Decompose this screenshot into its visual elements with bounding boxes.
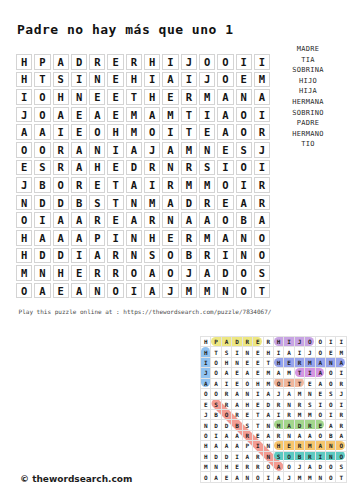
solution-cell: I (295, 347, 305, 357)
grid-cell: O (53, 177, 69, 193)
solution-cell: A (316, 441, 326, 451)
grid-cell: A (53, 230, 69, 246)
solution-cell: D (222, 452, 232, 462)
grid-cell: M (144, 195, 160, 211)
grid-cell: I (126, 283, 142, 299)
solution-cell: R (284, 410, 294, 420)
grid-cell: S (34, 160, 50, 176)
solution-cell: H (253, 379, 263, 389)
grid-cell: A (217, 107, 233, 123)
grid-cell: S (53, 72, 69, 88)
grid-cell: M (16, 265, 32, 281)
grid-cell: D (53, 195, 69, 211)
solution-cell: R (222, 400, 232, 410)
solution-cell: R (232, 410, 242, 420)
solution-cell: A (222, 431, 232, 441)
solution-cell: E (232, 368, 242, 378)
solution-cell: M (305, 441, 315, 451)
grid-cell: H (53, 89, 69, 105)
solution-cell: I (326, 410, 336, 420)
solution-cell: N (264, 441, 274, 451)
grid-cell: J (144, 142, 160, 158)
grid-cell: A (126, 142, 142, 158)
solution-cell: A (316, 358, 326, 368)
solution-cell: N (305, 389, 315, 399)
grid-cell: H (126, 72, 142, 88)
solution-cell: O (326, 462, 336, 472)
solution-cell: H (201, 347, 211, 357)
solution-cell: D (232, 337, 242, 347)
grid-cell: E (71, 265, 87, 281)
grid-cell: R (144, 160, 160, 176)
grid-cell: R (71, 177, 87, 193)
grid-cell: I (107, 230, 123, 246)
grid-cell: E (53, 283, 69, 299)
solution-cell: N (201, 420, 211, 430)
grid-cell: R (89, 54, 105, 70)
solution-cell: O (211, 389, 221, 399)
grid-cell: J (199, 72, 215, 88)
solution-cell: A (232, 441, 242, 451)
grid-cell: J (181, 54, 197, 70)
grid-cell: E (89, 177, 105, 193)
solution-cell: E (243, 358, 253, 368)
grid-cell: J (162, 283, 178, 299)
solution-cell: E (201, 400, 211, 410)
solution-cell: B (211, 410, 221, 420)
solution-cell: A (274, 368, 284, 378)
solution-cell: I (274, 347, 284, 357)
grid-cell: E (162, 89, 178, 105)
solution-cell: M (295, 410, 305, 420)
solution-cell: J (295, 337, 305, 347)
solution-cell: M (264, 379, 274, 389)
solution-cell: J (336, 389, 346, 399)
grid-cell: A (181, 212, 197, 228)
solution-cell: E (284, 358, 294, 368)
grid-cell: B (71, 195, 87, 211)
grid-cell: I (144, 177, 160, 193)
grid-cell: O (34, 89, 50, 105)
grid-cell: E (107, 212, 123, 228)
grid-cell: O (162, 265, 178, 281)
solution-cell: S (243, 420, 253, 430)
grid-cell: N (217, 283, 233, 299)
solution-cell: I (316, 452, 326, 462)
solution-cell: I (284, 379, 294, 389)
grid-cell: A (162, 72, 178, 88)
solution-cell: T (253, 420, 263, 430)
grid-cell: P (34, 54, 50, 70)
solution-cell: J (295, 462, 305, 472)
solution-cell: M (201, 462, 211, 472)
grid-cell: N (236, 248, 252, 264)
grid-cell: O (236, 160, 252, 176)
grid-cell: A (89, 248, 105, 264)
solution-grid: HPADRERHIJOOIIHTSINEHIAIJOEMIOHNEETHERMA… (200, 336, 347, 483)
solution-cell: E (253, 431, 263, 441)
grid-cell: N (71, 89, 87, 105)
word-list: MADRETIASOBRINAHIJOHIJAHERMANASOBRINOPAD… (268, 44, 348, 150)
grid-cell: H (89, 160, 105, 176)
solution-letter-grid: HPADRERHIJOOIIHTSINEHIAIJOEMIOHNEETHERMA… (200, 336, 347, 483)
grid-cell: E (107, 72, 123, 88)
grid-cell: S (199, 160, 215, 176)
word-list-item: HERMANA (268, 97, 348, 108)
solution-cell: A (264, 389, 274, 399)
grid-cell: M (181, 283, 197, 299)
solution-cell: A (243, 452, 253, 462)
grid-cell: I (71, 72, 87, 88)
grid-cell: I (236, 177, 252, 193)
grid-cell: O (144, 124, 160, 140)
grid-cell: B (236, 212, 252, 228)
solution-cell: M (305, 358, 315, 368)
grid-cell: J (16, 177, 32, 193)
grid-cell: A (254, 212, 270, 228)
grid-cell: A (71, 160, 87, 176)
solution-cell: A (316, 379, 326, 389)
solution-cell: A (222, 337, 232, 347)
grid-cell: E (107, 160, 123, 176)
solution-cell: T (253, 410, 263, 420)
solution-cell: T (295, 368, 305, 378)
grid-cell: A (144, 283, 160, 299)
word-list-item: MADRE (268, 44, 348, 55)
solution-cell: R (253, 462, 263, 472)
grid-cell: R (53, 160, 69, 176)
grid-cell: B (34, 177, 50, 193)
solution-cell: B (232, 420, 242, 430)
grid-cell: M (199, 230, 215, 246)
solution-cell: M (264, 368, 274, 378)
solution-cell: P (243, 441, 253, 451)
grid-cell: R (254, 177, 270, 193)
solution-cell: I (316, 400, 326, 410)
solution-cell: R (295, 441, 305, 451)
solution-cell: H (222, 462, 232, 472)
solution-cell: S (305, 400, 315, 410)
grid-cell: O (236, 124, 252, 140)
solution-cell: A (284, 389, 294, 399)
grid-cell: N (89, 72, 105, 88)
grid-cell: H (16, 230, 32, 246)
solution-cell: R (274, 431, 284, 441)
grid-cell: M (181, 177, 197, 193)
solution-cell: A (326, 420, 336, 430)
solution-cell: E (253, 347, 263, 357)
solution-cell: D (222, 420, 232, 430)
grid-cell: R (181, 160, 197, 176)
solution-cell: N (326, 358, 336, 368)
solution-cell: T (295, 379, 305, 389)
grid-cell: O (254, 230, 270, 246)
solution-cell: H (201, 452, 211, 462)
grid-cell: T (181, 124, 197, 140)
grid-cell: D (181, 195, 197, 211)
grid-cell: N (89, 142, 105, 158)
grid-cell: D (34, 195, 50, 211)
solution-cell: E (222, 472, 232, 482)
grid-cell: A (217, 230, 233, 246)
solution-cell: A (211, 472, 221, 482)
grid-cell: R (89, 265, 105, 281)
grid-cell: N (89, 283, 105, 299)
grid-cell: S (89, 195, 105, 211)
grid-cell: N (34, 265, 50, 281)
solution-cell: N (243, 389, 253, 399)
solution-cell: A (284, 347, 294, 357)
solution-cell: H (201, 441, 211, 451)
grid-cell: A (144, 107, 160, 123)
solution-cell: A (305, 462, 315, 472)
solution-cell: H (274, 441, 284, 451)
grid-cell: A (71, 230, 87, 246)
grid-cell: O (236, 265, 252, 281)
solution-cell: J (274, 389, 284, 399)
solution-cell: D (316, 462, 326, 472)
solution-cell: O (305, 337, 315, 347)
grid-cell: A (53, 54, 69, 70)
solution-cell: R (264, 337, 274, 347)
solution-cell: M (295, 472, 305, 482)
solution-cell: O (336, 452, 346, 462)
grid-cell: A (71, 283, 87, 299)
solution-cell: T (336, 472, 346, 482)
word-list-item: SOBRINO (268, 108, 348, 119)
grid-cell: O (34, 142, 50, 158)
solution-cell: N (326, 441, 336, 451)
grid-cell: H (16, 72, 32, 88)
grid-cell: I (162, 124, 178, 140)
solution-cell: A (336, 358, 346, 368)
solution-cell: N (264, 452, 274, 462)
solution-cell: O (201, 389, 211, 399)
grid-cell: J (16, 107, 32, 123)
grid-cell: E (236, 72, 252, 88)
solution-cell: I (336, 337, 346, 347)
solution-cell: O (316, 347, 326, 357)
grid-cell: D (71, 54, 87, 70)
solution-cell: E (253, 337, 263, 347)
word-list-item: PADRE (268, 118, 348, 129)
solution-cell: O (243, 379, 253, 389)
solution-cell: H (264, 347, 274, 357)
grid-cell: I (144, 72, 160, 88)
grid-cell: I (254, 160, 270, 176)
solution-cell: D (264, 400, 274, 410)
grid-cell: P (89, 230, 105, 246)
solution-cell: S (211, 400, 221, 410)
solution-cell: I (201, 358, 211, 368)
grid-cell: O (236, 107, 252, 123)
grid-cell: A (144, 265, 160, 281)
grid-cell: M (126, 124, 142, 140)
solution-cell: I (232, 347, 242, 357)
solution-cell: D (211, 420, 221, 430)
solution-cell: R (243, 431, 253, 441)
word-list-item: TIA (268, 55, 348, 66)
grid-cell: N (162, 160, 178, 176)
solution-cell: O (284, 462, 294, 472)
solution-cell: A (305, 431, 315, 441)
solution-cell: O (336, 441, 346, 451)
solution-cell: R (305, 420, 315, 430)
grid-cell: R (199, 195, 215, 211)
solution-cell: I (305, 368, 315, 378)
grid-cell: A (34, 283, 50, 299)
solution-cell: H (222, 358, 232, 368)
solution-cell: I (232, 452, 242, 462)
word-list-item: HERMANO (268, 129, 348, 140)
grid-cell: O (89, 124, 105, 140)
solution-cell: O (326, 368, 336, 378)
grid-cell: R (254, 195, 270, 211)
solution-cell: O (326, 472, 336, 482)
grid-cell: I (34, 212, 50, 228)
grid-cell: T (107, 195, 123, 211)
grid-cell: I (217, 248, 233, 264)
grid-cell: H (16, 248, 32, 264)
grid-cell: N (199, 142, 215, 158)
grid-cell: R (107, 265, 123, 281)
grid-cell: D (126, 160, 142, 176)
grid-cell: A (217, 124, 233, 140)
solution-cell: E (253, 358, 263, 368)
grid-cell: O (254, 248, 270, 264)
solution-cell: M (274, 420, 284, 430)
word-list-item: HIJA (268, 86, 348, 97)
solution-cell: A (243, 368, 253, 378)
solution-cell: N (232, 358, 242, 368)
grid-cell: H (53, 265, 69, 281)
grid-cell: I (181, 72, 197, 88)
grid-cell: T (34, 72, 50, 88)
grid-cell: O (217, 177, 233, 193)
solution-cell: N (326, 452, 336, 462)
solution-cell: J (305, 347, 315, 357)
grid-cell: R (162, 177, 178, 193)
solution-cell: N (284, 400, 294, 410)
grid-cell: H (144, 54, 160, 70)
grid-cell: M (199, 89, 215, 105)
solution-cell: S (274, 452, 284, 462)
grid-cell: A (16, 124, 32, 140)
solution-cell: E (232, 462, 242, 472)
solution-cell: O (201, 472, 211, 482)
solution-cell: H (243, 400, 253, 410)
grid-cell: E (107, 107, 123, 123)
solution-cell: S (222, 347, 232, 357)
grid-cell: M (126, 107, 142, 123)
grid-cell: H (16, 54, 32, 70)
grid-cell: O (34, 107, 50, 123)
solution-cell: R (243, 462, 253, 472)
solution-cell: H (274, 337, 284, 347)
page-title: Padre no hay más que uno 1 (17, 22, 234, 37)
grid-cell: A (89, 107, 105, 123)
grid-cell: O (199, 54, 215, 70)
solution-cell: A (264, 410, 274, 420)
grid-cell: D (53, 248, 69, 264)
word-list-item: HIJO (268, 76, 348, 87)
solution-cell: O (284, 452, 294, 462)
solution-cell: A (232, 400, 242, 410)
grid-cell: D (34, 248, 50, 264)
grid-cell: T (126, 89, 142, 105)
word-list-item: TIO (268, 139, 348, 150)
grid-cell: S (236, 142, 252, 158)
grid-cell: M (199, 177, 215, 193)
solution-cell: M (305, 410, 315, 420)
grid-cell: I (236, 54, 252, 70)
solution-cell: E (305, 379, 315, 389)
grid-cell: H (107, 124, 123, 140)
solution-cell: R (336, 410, 346, 420)
grid-cell: R (199, 248, 215, 264)
grid-cell: E (107, 89, 123, 105)
solution-cell: H (201, 337, 211, 347)
grid-cell: A (162, 142, 178, 158)
grid-cell: O (16, 142, 32, 158)
solution-cell: E (284, 441, 294, 451)
solution-cell: O (326, 379, 336, 389)
solution-cell: E (326, 347, 336, 357)
grid-cell: E (89, 89, 105, 105)
grid-cell: N (162, 212, 178, 228)
solution-cell: A (211, 379, 221, 389)
solution-cell: N (243, 472, 253, 482)
grid-cell: T (254, 283, 270, 299)
solution-cell: M (284, 368, 294, 378)
solution-cell: J (201, 410, 211, 420)
grid-cell: I (53, 124, 69, 140)
grid-cell: T (107, 177, 123, 193)
grid-cell: A (34, 230, 50, 246)
grid-cell: A (34, 124, 50, 140)
solution-cell: J (201, 368, 211, 378)
solution-cell: A (316, 368, 326, 378)
solution-cell: N (264, 420, 274, 430)
word-list-item: SOBRINA (268, 65, 348, 76)
solution-cell: I (326, 337, 336, 347)
grid-cell: I (71, 248, 87, 264)
grid-cell: E (217, 142, 233, 158)
solution-cell: R (295, 400, 305, 410)
grid-cell: N (236, 230, 252, 246)
solution-cell: N (211, 462, 221, 472)
solution-cell: M (336, 347, 346, 357)
grid-cell: R (89, 212, 105, 228)
grid-cell: O (236, 283, 252, 299)
solution-cell: R (336, 379, 346, 389)
grid-cell: O (126, 265, 142, 281)
grid-cell: O (217, 54, 233, 70)
grid-cell: E (199, 124, 215, 140)
grid-cell: H (144, 230, 160, 246)
grid-cell: R (126, 54, 142, 70)
solution-cell: N (316, 472, 326, 482)
solution-cell: E (316, 389, 326, 399)
solution-cell: I (253, 389, 263, 399)
solution-cell: O (316, 337, 326, 347)
grid-cell: O (107, 283, 123, 299)
grid-cell: I (217, 160, 233, 176)
grid-cell: I (107, 142, 123, 158)
grid-cell: O (16, 283, 32, 299)
solution-cell: I (264, 472, 274, 482)
grid-cell: D (217, 265, 233, 281)
